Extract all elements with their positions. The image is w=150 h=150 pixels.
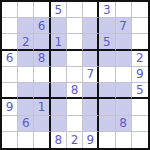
sudoku-cell-r6c9[interactable]: 5 — [132, 83, 148, 99]
sudoku-cell-r1c1[interactable] — [2, 2, 18, 18]
sudoku-cell-r6c6[interactable] — [83, 83, 99, 99]
sudoku-cell-r1c4[interactable]: 5 — [51, 2, 67, 18]
sudoku-board: 536721568279859168829 — [0, 0, 150, 150]
sudoku-cell-r2c9[interactable] — [132, 18, 148, 34]
sudoku-cell-r3c3[interactable] — [34, 34, 50, 50]
sudoku-cell-r2c4[interactable] — [51, 18, 67, 34]
sudoku-cell-r5c1[interactable] — [2, 67, 18, 83]
sudoku-cell-r8c8[interactable]: 8 — [116, 116, 132, 132]
sudoku-cell-r5c8[interactable] — [116, 67, 132, 83]
sudoku-cell-r8c2[interactable]: 6 — [18, 116, 34, 132]
sudoku-cell-r7c7[interactable] — [99, 99, 115, 115]
sudoku-cell-r9c6[interactable]: 9 — [83, 132, 99, 148]
sudoku-cell-r1c9[interactable] — [132, 2, 148, 18]
sudoku-cell-r9c1[interactable] — [2, 132, 18, 148]
sudoku-cell-r2c6[interactable] — [83, 18, 99, 34]
sudoku-cell-r6c1[interactable] — [2, 83, 18, 99]
sudoku-cell-r4c9[interactable]: 2 — [132, 51, 148, 67]
sudoku-cell-r3c7[interactable]: 5 — [99, 34, 115, 50]
sudoku-cell-r5c6[interactable]: 7 — [83, 67, 99, 83]
sudoku-cell-r4c4[interactable] — [51, 51, 67, 67]
sudoku-cell-r4c2[interactable] — [18, 51, 34, 67]
sudoku-cell-r3c8[interactable] — [116, 34, 132, 50]
sudoku-cell-r2c1[interactable] — [2, 18, 18, 34]
sudoku-cell-r9c8[interactable] — [116, 132, 132, 148]
sudoku-cell-r7c1[interactable]: 9 — [2, 99, 18, 115]
sudoku-cell-r1c6[interactable] — [83, 2, 99, 18]
sudoku-cell-r5c3[interactable] — [34, 67, 50, 83]
sudoku-cell-r1c2[interactable] — [18, 2, 34, 18]
sudoku-cell-r4c6[interactable] — [83, 51, 99, 67]
sudoku-cell-r6c7[interactable] — [99, 83, 115, 99]
sudoku-cell-r8c4[interactable] — [51, 116, 67, 132]
sudoku-cell-r5c7[interactable] — [99, 67, 115, 83]
sudoku-cell-r9c4[interactable]: 8 — [51, 132, 67, 148]
sudoku-cell-r7c9[interactable] — [132, 99, 148, 115]
sudoku-cell-r8c6[interactable] — [83, 116, 99, 132]
sudoku-cell-r6c8[interactable] — [116, 83, 132, 99]
sudoku-cell-r6c3[interactable] — [34, 83, 50, 99]
sudoku-cell-r6c5[interactable]: 8 — [67, 83, 83, 99]
sudoku-cell-r5c5[interactable] — [67, 67, 83, 83]
sudoku-cell-r8c5[interactable] — [67, 116, 83, 132]
sudoku-cell-r3c4[interactable]: 1 — [51, 34, 67, 50]
sudoku-cell-r8c9[interactable] — [132, 116, 148, 132]
sudoku-cell-r2c5[interactable] — [67, 18, 83, 34]
sudoku-cell-r3c1[interactable] — [2, 34, 18, 50]
sudoku-cell-r8c7[interactable] — [99, 116, 115, 132]
sudoku-cell-r4c8[interactable] — [116, 51, 132, 67]
sudoku-cell-r2c7[interactable] — [99, 18, 115, 34]
sudoku-cell-r2c2[interactable] — [18, 18, 34, 34]
sudoku-cell-r3c2[interactable]: 2 — [18, 34, 34, 50]
sudoku-cell-r9c5[interactable]: 2 — [67, 132, 83, 148]
sudoku-cell-r5c2[interactable] — [18, 67, 34, 83]
sudoku-cell-r9c9[interactable] — [132, 132, 148, 148]
sudoku-cell-r7c3[interactable]: 1 — [34, 99, 50, 115]
sudoku-cell-r7c2[interactable] — [18, 99, 34, 115]
sudoku-cell-r6c2[interactable] — [18, 83, 34, 99]
sudoku-cell-r5c4[interactable] — [51, 67, 67, 83]
sudoku-cell-r4c5[interactable] — [67, 51, 83, 67]
sudoku-cell-r1c7[interactable]: 3 — [99, 2, 115, 18]
sudoku-cell-r4c3[interactable]: 8 — [34, 51, 50, 67]
sudoku-cell-r4c7[interactable] — [99, 51, 115, 67]
sudoku-cell-r1c8[interactable] — [116, 2, 132, 18]
sudoku-cell-r3c5[interactable] — [67, 34, 83, 50]
sudoku-cell-r9c7[interactable] — [99, 132, 115, 148]
sudoku-cell-r6c4[interactable] — [51, 83, 67, 99]
sudoku-cell-r4c1[interactable]: 6 — [2, 51, 18, 67]
sudoku-cell-r7c4[interactable] — [51, 99, 67, 115]
sudoku-cell-r1c5[interactable] — [67, 2, 83, 18]
sudoku-cell-r8c3[interactable] — [34, 116, 50, 132]
sudoku-cell-r8c1[interactable] — [2, 116, 18, 132]
sudoku-cell-r1c3[interactable] — [34, 2, 50, 18]
sudoku-cell-r2c3[interactable]: 6 — [34, 18, 50, 34]
sudoku-cell-r3c9[interactable] — [132, 34, 148, 50]
sudoku-cell-r5c9[interactable]: 9 — [132, 67, 148, 83]
sudoku-cell-r7c8[interactable] — [116, 99, 132, 115]
sudoku-cell-r7c6[interactable] — [83, 99, 99, 115]
sudoku-cell-r3c6[interactable] — [83, 34, 99, 50]
sudoku-cell-r9c3[interactable] — [34, 132, 50, 148]
sudoku-cell-r2c8[interactable]: 7 — [116, 18, 132, 34]
sudoku-cell-r9c2[interactable] — [18, 132, 34, 148]
sudoku-cell-r7c5[interactable] — [67, 99, 83, 115]
